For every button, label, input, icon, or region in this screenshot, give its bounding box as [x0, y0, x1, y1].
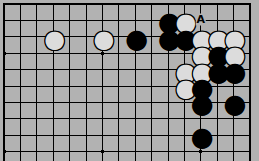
grid-line-vertical	[249, 3, 251, 161]
grid-line-horizontal	[3, 20, 251, 21]
white-stone: ●	[44, 28, 62, 46]
black-stone: ●	[126, 28, 144, 46]
grid-line-vertical	[20, 3, 21, 161]
grid-line-horizontal	[3, 118, 251, 119]
go-board: ●●●●●●●●●●●●●●●●●●●●●●A	[0, 0, 259, 161]
grid-line-vertical	[3, 3, 5, 161]
white-stone: ●	[175, 77, 193, 95]
go-board-diagram: ●●●●●●●●●●●●●●●●●●●●●●A	[0, 0, 259, 161]
grid-line-horizontal	[3, 151, 251, 152]
star-point	[3, 150, 6, 153]
star-point	[101, 150, 104, 153]
label-A: A	[196, 14, 207, 26]
grid-line-horizontal	[3, 86, 251, 87]
grid-line-horizontal	[3, 135, 251, 136]
black-stone: ●	[175, 28, 193, 46]
grid-line-horizontal	[3, 102, 251, 103]
grid-line-horizontal	[3, 3, 251, 5]
grid-line-vertical	[36, 3, 37, 161]
black-stone: ●	[192, 126, 210, 144]
star-point	[3, 52, 6, 55]
grid-line-vertical	[118, 3, 119, 161]
black-stone: ●	[225, 93, 243, 111]
black-stone: ●	[159, 28, 177, 46]
black-stone: ●	[192, 93, 210, 111]
white-stone: ●	[93, 28, 111, 46]
grid-line-vertical	[86, 3, 87, 161]
grid-line-vertical	[69, 3, 70, 161]
black-stone: ●	[225, 61, 243, 79]
grid-line-vertical	[151, 3, 152, 161]
